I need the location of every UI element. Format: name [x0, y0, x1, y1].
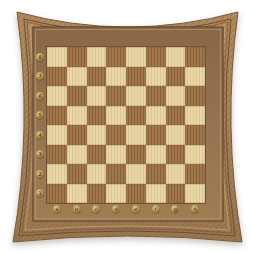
square-b2[interactable]: [67, 164, 87, 184]
square-g3[interactable]: [166, 145, 186, 165]
square-h1[interactable]: [185, 184, 205, 204]
square-c1[interactable]: [87, 184, 107, 204]
square-a5[interactable]: [47, 106, 67, 126]
square-e4[interactable]: [126, 125, 146, 145]
square-f6[interactable]: [146, 86, 166, 106]
square-h2[interactable]: [185, 164, 205, 184]
square-b1[interactable]: [67, 184, 87, 204]
square-h3[interactable]: [185, 145, 205, 165]
square-e5[interactable]: [126, 106, 146, 126]
square-e3[interactable]: [126, 145, 146, 165]
chess-grid: [47, 47, 205, 203]
square-f4[interactable]: [146, 125, 166, 145]
square-h5[interactable]: [185, 106, 205, 126]
square-d7[interactable]: [106, 67, 126, 87]
file-label-b: b: [73, 205, 81, 213]
square-h4[interactable]: [185, 125, 205, 145]
square-b4[interactable]: [67, 125, 87, 145]
square-g4[interactable]: [166, 125, 186, 145]
square-b6[interactable]: [67, 86, 87, 106]
square-g2[interactable]: [166, 164, 186, 184]
file-label-f: f: [152, 205, 160, 213]
square-d8[interactable]: [106, 47, 126, 67]
square-h7[interactable]: [185, 67, 205, 87]
square-d5[interactable]: [106, 106, 126, 126]
square-e7[interactable]: [126, 67, 146, 87]
square-d6[interactable]: [106, 86, 126, 106]
square-c6[interactable]: [87, 86, 107, 106]
square-c2[interactable]: [87, 164, 107, 184]
square-h6[interactable]: [185, 86, 205, 106]
file-label-e: e: [132, 205, 140, 213]
square-a4[interactable]: [47, 125, 67, 145]
square-a3[interactable]: [47, 145, 67, 165]
rank-label-2: 2: [36, 170, 44, 178]
square-e8[interactable]: [126, 47, 146, 67]
square-c3[interactable]: [87, 145, 107, 165]
square-g7[interactable]: [166, 67, 186, 87]
square-c4[interactable]: [87, 125, 107, 145]
square-g6[interactable]: [166, 86, 186, 106]
file-label-d: d: [112, 205, 120, 213]
square-a6[interactable]: [47, 86, 67, 106]
file-label-g: g: [171, 205, 179, 213]
rank-label-3: 3: [36, 150, 44, 158]
square-e6[interactable]: [126, 86, 146, 106]
square-a2[interactable]: [47, 164, 67, 184]
rank-label-1: 1: [36, 189, 44, 197]
square-f3[interactable]: [146, 145, 166, 165]
square-a8[interactable]: [47, 47, 67, 67]
square-e1[interactable]: [126, 184, 146, 204]
square-c5[interactable]: [87, 106, 107, 126]
square-f5[interactable]: [146, 106, 166, 126]
square-f1[interactable]: [146, 184, 166, 204]
square-b7[interactable]: [67, 67, 87, 87]
square-f2[interactable]: [146, 164, 166, 184]
square-g5[interactable]: [166, 106, 186, 126]
square-d4[interactable]: [106, 125, 126, 145]
file-label-a: a: [53, 205, 61, 213]
square-f8[interactable]: [146, 47, 166, 67]
square-g8[interactable]: [166, 47, 186, 67]
square-c8[interactable]: [87, 47, 107, 67]
square-h8[interactable]: [185, 47, 205, 67]
square-b3[interactable]: [67, 145, 87, 165]
rank-label-5: 5: [36, 111, 44, 119]
rank-label-6: 6: [36, 92, 44, 100]
square-d3[interactable]: [106, 145, 126, 165]
square-a7[interactable]: [47, 67, 67, 87]
square-c7[interactable]: [87, 67, 107, 87]
square-b5[interactable]: [67, 106, 87, 126]
file-label-h: h: [191, 205, 199, 213]
file-label-c: c: [92, 205, 100, 213]
square-a1[interactable]: [47, 184, 67, 204]
rank-label-4: 4: [36, 131, 44, 139]
square-f7[interactable]: [146, 67, 166, 87]
square-g1[interactable]: [166, 184, 186, 204]
square-b8[interactable]: [67, 47, 87, 67]
rank-label-8: 8: [36, 53, 44, 61]
square-d2[interactable]: [106, 164, 126, 184]
screenshot-root: 87654321abcdefgh: [0, 0, 253, 253]
chess-board-object: 87654321abcdefgh: [0, 0, 253, 253]
square-e2[interactable]: [126, 164, 146, 184]
rank-label-7: 7: [36, 72, 44, 80]
square-d1[interactable]: [106, 184, 126, 204]
